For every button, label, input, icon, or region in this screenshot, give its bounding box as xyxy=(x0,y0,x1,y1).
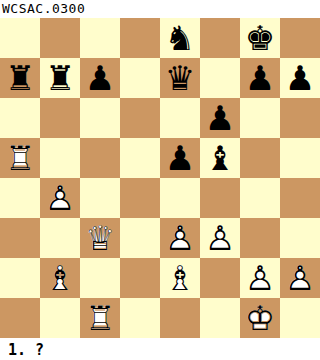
square-c4[interactable] xyxy=(80,178,120,218)
square-d7[interactable] xyxy=(120,58,160,98)
square-a1[interactable] xyxy=(0,298,40,338)
status-bar: 1. ? xyxy=(0,338,320,360)
square-c7[interactable]: ♟ xyxy=(80,58,120,98)
chess-board: ♞♚♜♜♟♛♟♟♟♜♖♟♝♟♙♛♕♟♙♟♙♝♗♝♗♟♙♟♙♜♖♚♔ xyxy=(0,18,320,338)
square-f4[interactable] xyxy=(200,178,240,218)
square-b2[interactable]: ♝♗ xyxy=(40,258,80,298)
square-g8[interactable]: ♚ xyxy=(240,18,280,58)
puzzle-title: WCSAC.0300 xyxy=(0,0,85,18)
square-a5[interactable]: ♜♖ xyxy=(0,138,40,178)
square-b3[interactable] xyxy=(40,218,80,258)
square-b4[interactable]: ♟♙ xyxy=(40,178,80,218)
square-f6[interactable]: ♟ xyxy=(200,98,240,138)
square-a8[interactable] xyxy=(0,18,40,58)
square-e1[interactable] xyxy=(160,298,200,338)
square-c2[interactable] xyxy=(80,258,120,298)
square-g6[interactable] xyxy=(240,98,280,138)
black-rook-b7: ♜ xyxy=(45,61,75,95)
square-f5[interactable]: ♝ xyxy=(200,138,240,178)
square-f1[interactable] xyxy=(200,298,240,338)
square-g2[interactable]: ♟♙ xyxy=(240,258,280,298)
white-rook-c1: ♜♖ xyxy=(85,301,115,335)
square-f3[interactable]: ♟♙ xyxy=(200,218,240,258)
square-b6[interactable] xyxy=(40,98,80,138)
square-a3[interactable] xyxy=(0,218,40,258)
square-g4[interactable] xyxy=(240,178,280,218)
white-pawn-f3: ♟♙ xyxy=(205,221,235,255)
square-g1[interactable]: ♚♔ xyxy=(240,298,280,338)
square-a7[interactable]: ♜ xyxy=(0,58,40,98)
square-d3[interactable] xyxy=(120,218,160,258)
black-knight-e8: ♞ xyxy=(165,21,195,55)
white-queen-c3: ♛♕ xyxy=(85,221,115,255)
square-h6[interactable] xyxy=(280,98,320,138)
white-bishop-e2: ♝♗ xyxy=(165,261,195,295)
square-h1[interactable] xyxy=(280,298,320,338)
square-c8[interactable] xyxy=(80,18,120,58)
square-a4[interactable] xyxy=(0,178,40,218)
square-a6[interactable] xyxy=(0,98,40,138)
white-pawn-b4: ♟♙ xyxy=(45,181,75,215)
square-b1[interactable] xyxy=(40,298,80,338)
square-c5[interactable] xyxy=(80,138,120,178)
move-prompt: 1. ? xyxy=(0,340,44,359)
square-b8[interactable] xyxy=(40,18,80,58)
square-c6[interactable] xyxy=(80,98,120,138)
black-pawn-c7: ♟ xyxy=(85,61,115,95)
black-pawn-h7: ♟ xyxy=(285,61,315,95)
square-d1[interactable] xyxy=(120,298,160,338)
square-g5[interactable] xyxy=(240,138,280,178)
square-f2[interactable] xyxy=(200,258,240,298)
black-rook-a7: ♜ xyxy=(5,61,35,95)
square-a2[interactable] xyxy=(0,258,40,298)
white-pawn-g2: ♟♙ xyxy=(245,261,275,295)
square-e4[interactable] xyxy=(160,178,200,218)
square-h5[interactable] xyxy=(280,138,320,178)
square-d5[interactable] xyxy=(120,138,160,178)
square-d4[interactable] xyxy=(120,178,160,218)
square-g7[interactable]: ♟ xyxy=(240,58,280,98)
white-bishop-b2: ♝♗ xyxy=(45,261,75,295)
square-f8[interactable] xyxy=(200,18,240,58)
square-e8[interactable]: ♞ xyxy=(160,18,200,58)
black-bishop-f5: ♝ xyxy=(205,141,235,175)
square-g3[interactable] xyxy=(240,218,280,258)
white-rook-a5: ♜♖ xyxy=(5,141,35,175)
white-pawn-e3: ♟♙ xyxy=(165,221,195,255)
black-pawn-e5: ♟ xyxy=(165,141,195,175)
square-e6[interactable] xyxy=(160,98,200,138)
black-pawn-f6: ♟ xyxy=(205,101,235,135)
square-h3[interactable] xyxy=(280,218,320,258)
square-d2[interactable] xyxy=(120,258,160,298)
square-f7[interactable] xyxy=(200,58,240,98)
square-e5[interactable]: ♟ xyxy=(160,138,200,178)
title-bar: WCSAC.0300 xyxy=(0,0,320,18)
square-e2[interactable]: ♝♗ xyxy=(160,258,200,298)
square-e7[interactable]: ♛ xyxy=(160,58,200,98)
square-h7[interactable]: ♟ xyxy=(280,58,320,98)
square-h8[interactable] xyxy=(280,18,320,58)
square-d6[interactable] xyxy=(120,98,160,138)
black-pawn-g7: ♟ xyxy=(245,61,275,95)
white-king-g1: ♚♔ xyxy=(245,301,275,335)
square-h2[interactable]: ♟♙ xyxy=(280,258,320,298)
square-e3[interactable]: ♟♙ xyxy=(160,218,200,258)
square-h4[interactable] xyxy=(280,178,320,218)
square-d8[interactable] xyxy=(120,18,160,58)
square-c1[interactable]: ♜♖ xyxy=(80,298,120,338)
square-b5[interactable] xyxy=(40,138,80,178)
black-king-g8: ♚ xyxy=(245,21,275,55)
square-c3[interactable]: ♛♕ xyxy=(80,218,120,258)
white-pawn-h2: ♟♙ xyxy=(285,261,315,295)
black-queen-e7: ♛ xyxy=(165,61,195,95)
square-b7[interactable]: ♜ xyxy=(40,58,80,98)
